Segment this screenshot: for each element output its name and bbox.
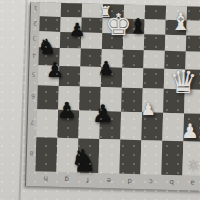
square [143, 50, 164, 69]
square [120, 112, 142, 141]
white-queen[interactable]: ♛ [169, 66, 198, 98]
file-label: b [161, 175, 182, 191]
file-labels: hgfedcba [35, 171, 200, 191]
file-label: d [119, 174, 140, 190]
square [140, 140, 162, 175]
black-pawn[interactable]: ♟ [92, 102, 114, 126]
file-label: e [98, 173, 119, 189]
square [165, 35, 186, 52]
square [35, 137, 57, 172]
rank-label: 1 [31, 2, 40, 16]
file-label: c [140, 174, 161, 190]
white-bishop[interactable]: ♝ [170, 10, 192, 34]
file-label: h [35, 171, 56, 187]
file-label: a [182, 175, 200, 191]
square [143, 68, 165, 89]
square [61, 3, 82, 18]
square: ✳ [182, 141, 200, 176]
border-corner [26, 171, 35, 186]
square [122, 50, 143, 69]
black-pawn[interactable]: ♟ [98, 59, 115, 78]
square [119, 140, 141, 175]
black-knight[interactable]: ♞ [38, 37, 57, 58]
square [186, 35, 200, 52]
black-knight[interactable]: ♞ [70, 146, 97, 176]
rank-label: 2 [30, 16, 39, 31]
photo-scene: 12345678 ✳ hgfedcba ♜♚♝♟♝♞♟♟♛♟♟♟♟♞ [0, 0, 200, 200]
square [161, 141, 183, 176]
square [144, 19, 165, 35]
square [39, 16, 60, 32]
square [36, 109, 58, 138]
white-king[interactable]: ♚ [105, 10, 132, 40]
white-pawn[interactable]: ♟ [141, 101, 156, 118]
black-pawn[interactable]: ♟ [46, 60, 64, 80]
square [145, 5, 166, 20]
square [40, 2, 61, 17]
black-pawn[interactable]: ♟ [57, 100, 77, 122]
square [98, 139, 120, 174]
black-pawn[interactable]: ♟ [69, 21, 85, 39]
white-pawn[interactable]: ♟ [181, 121, 199, 141]
square [37, 85, 59, 110]
compass-rose-icon: ✳ [187, 158, 200, 173]
black-bishop[interactable]: ♝ [129, 16, 147, 36]
square [144, 34, 165, 51]
square [122, 68, 144, 89]
